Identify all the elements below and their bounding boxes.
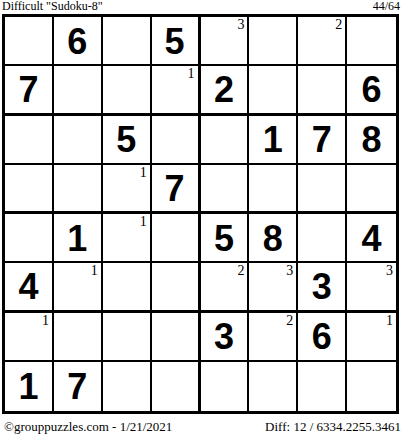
cell-r7c2[interactable] xyxy=(54,313,103,362)
progress-counter: 44/64 xyxy=(373,0,400,13)
given-digit: 4 xyxy=(18,267,38,305)
given-digit: 7 xyxy=(18,70,38,108)
cell-r3c7[interactable]: 7 xyxy=(298,116,347,165)
cell-r1c7[interactable]: 2 xyxy=(298,17,347,66)
pencil-mark: 1 xyxy=(140,165,147,180)
pencil-mark: 1 xyxy=(188,66,195,81)
cell-r1c1[interactable] xyxy=(5,17,54,66)
pencil-mark: 1 xyxy=(42,313,49,328)
given-digit: 1 xyxy=(263,120,283,158)
cell-r7c4[interactable] xyxy=(152,313,201,362)
cell-r4c4[interactable]: 7 xyxy=(152,165,201,214)
cell-r3c2[interactable] xyxy=(54,116,103,165)
cell-r4c2[interactable] xyxy=(54,165,103,214)
cell-r2c7[interactable] xyxy=(298,66,347,115)
cell-r4c8[interactable] xyxy=(347,165,396,214)
cell-r5c6[interactable]: 8 xyxy=(249,214,298,263)
given-digit: 7 xyxy=(165,169,185,207)
given-digit: 6 xyxy=(362,70,382,108)
cell-r5c5[interactable]: 5 xyxy=(201,214,250,263)
cell-r2c3[interactable] xyxy=(103,66,152,115)
difficulty-text: Diff: 12 / 6334.2255.3461 xyxy=(265,420,401,434)
given-digit: 5 xyxy=(214,219,234,257)
cell-r3c1[interactable] xyxy=(5,116,54,165)
cell-r6c8[interactable]: 3 xyxy=(347,263,396,312)
cell-r7c1[interactable]: 1 xyxy=(5,313,54,362)
cell-r7c6[interactable]: 2 xyxy=(249,313,298,362)
cell-r3c3[interactable]: 5 xyxy=(103,116,152,165)
cell-r6c7[interactable]: 3 xyxy=(298,263,347,312)
cell-r2c4[interactable]: 1 xyxy=(152,66,201,115)
cell-r4c5[interactable] xyxy=(201,165,250,214)
given-digit: 3 xyxy=(312,267,332,305)
cell-r4c1[interactable] xyxy=(5,165,54,214)
cell-r1c3[interactable] xyxy=(103,17,152,66)
pencil-mark: 1 xyxy=(91,263,98,278)
cell-r2c2[interactable] xyxy=(54,66,103,115)
given-digit: 2 xyxy=(214,70,234,108)
cell-r1c4[interactable]: 5 xyxy=(152,17,201,66)
pencil-mark: 1 xyxy=(140,214,147,229)
cell-r3c5[interactable] xyxy=(201,116,250,165)
cell-r1c6[interactable] xyxy=(249,17,298,66)
cell-r6c1[interactable]: 4 xyxy=(5,263,54,312)
cell-r8c3[interactable] xyxy=(103,362,152,411)
cell-r1c8[interactable] xyxy=(347,17,396,66)
cell-r8c2[interactable]: 7 xyxy=(54,362,103,411)
cell-r5c3[interactable]: 1 xyxy=(103,214,152,263)
given-digit: 7 xyxy=(312,120,332,158)
cell-r7c8[interactable]: 1 xyxy=(347,313,396,362)
cell-r5c8[interactable]: 4 xyxy=(347,214,396,263)
given-digit: 1 xyxy=(18,367,38,405)
pencil-mark: 2 xyxy=(237,263,244,278)
copyright-text: ©grouppuzzles.com - 1/21/2021 xyxy=(4,420,172,434)
header: Difficult "Sudoku-8" 44/64 xyxy=(2,0,400,14)
cell-r4c6[interactable] xyxy=(249,165,298,214)
pencil-mark: 3 xyxy=(286,263,293,278)
cell-r8c5[interactable] xyxy=(201,362,250,411)
cell-r2c1[interactable]: 7 xyxy=(5,66,54,115)
cell-r5c4[interactable] xyxy=(152,214,201,263)
cell-r6c5[interactable]: 2 xyxy=(201,263,250,312)
cell-r3c6[interactable]: 1 xyxy=(249,116,298,165)
cell-r3c4[interactable] xyxy=(152,116,201,165)
given-digit: 3 xyxy=(214,317,234,355)
sudoku-grid: 65327126517817115844123331326117 xyxy=(2,14,399,414)
cell-r4c3[interactable]: 1 xyxy=(103,165,152,214)
cell-r8c6[interactable] xyxy=(249,362,298,411)
cell-r7c7[interactable]: 6 xyxy=(298,313,347,362)
cell-r6c3[interactable] xyxy=(103,263,152,312)
given-digit: 7 xyxy=(67,367,87,405)
cell-r8c1[interactable]: 1 xyxy=(5,362,54,411)
pencil-mark: 2 xyxy=(286,313,293,328)
cell-r8c8[interactable] xyxy=(347,362,396,411)
pencil-mark: 3 xyxy=(237,17,244,32)
pencil-mark: 2 xyxy=(335,17,342,32)
cell-r6c6[interactable]: 3 xyxy=(249,263,298,312)
given-digit: 6 xyxy=(312,317,332,355)
cell-r2c5[interactable]: 2 xyxy=(201,66,250,115)
cell-r7c5[interactable]: 3 xyxy=(201,313,250,362)
cell-r8c4[interactable] xyxy=(152,362,201,411)
cell-r4c7[interactable] xyxy=(298,165,347,214)
cell-r3c8[interactable]: 8 xyxy=(347,116,396,165)
given-digit: 5 xyxy=(116,120,136,158)
given-digit: 5 xyxy=(165,22,185,60)
cell-r1c5[interactable]: 3 xyxy=(201,17,250,66)
cell-r5c2[interactable]: 1 xyxy=(54,214,103,263)
cell-r2c8[interactable]: 6 xyxy=(347,66,396,115)
given-digit: 4 xyxy=(362,219,382,257)
given-digit: 1 xyxy=(67,219,87,257)
cell-r8c7[interactable] xyxy=(298,362,347,411)
cell-r7c3[interactable] xyxy=(103,313,152,362)
given-digit: 6 xyxy=(67,22,87,60)
given-digit: 8 xyxy=(362,120,382,158)
cell-r5c1[interactable] xyxy=(5,214,54,263)
cell-r5c7[interactable] xyxy=(298,214,347,263)
pencil-mark: 3 xyxy=(386,263,393,278)
footer: ©grouppuzzles.com - 1/21/2021 Diff: 12 /… xyxy=(4,420,401,434)
given-digit: 8 xyxy=(263,219,283,257)
cell-r1c2[interactable]: 6 xyxy=(54,17,103,66)
cell-r2c6[interactable] xyxy=(249,66,298,115)
pencil-mark: 1 xyxy=(386,313,393,328)
cell-r6c2[interactable]: 1 xyxy=(54,263,103,312)
puzzle-title: Difficult "Sudoku-8" xyxy=(2,0,103,13)
cell-r6c4[interactable] xyxy=(152,263,201,312)
